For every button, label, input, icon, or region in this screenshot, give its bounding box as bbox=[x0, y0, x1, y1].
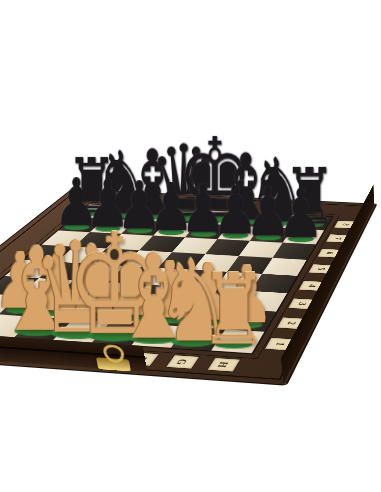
brass-clasp-icon bbox=[96, 357, 131, 371]
chess-board: ♜♞♝♛♚♝♞♜♟♟♟♟♟♟♟♟♟♟♟♟♟♟♟♟♜♞♝♛♚♝♞♜ ABCDEFG… bbox=[0, 190, 374, 383]
scene: ♜♞♝♛♚♝♞♜♟♟♟♟♟♟♟♟♟♟♟♟♟♟♟♟♜♞♝♛♚♝♞♜ ABCDEFG… bbox=[0, 0, 381, 492]
chess-set-photo: ♜♞♝♛♚♝♞♜♟♟♟♟♟♟♟♟♟♟♟♟♟♟♟♟♜♞♝♛♚♝♞♜ ABCDEFG… bbox=[0, 0, 381, 492]
